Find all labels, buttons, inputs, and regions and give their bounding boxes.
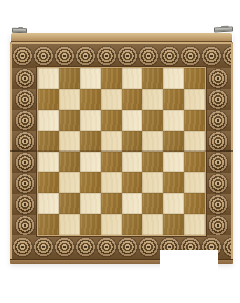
square-a8 (38, 68, 59, 89)
square-b6 (59, 110, 80, 131)
square-g1 (163, 214, 184, 235)
fold-seam (10, 150, 233, 152)
square-c8 (80, 68, 101, 89)
square-f3 (142, 172, 163, 193)
white-cutout-overlay (160, 250, 218, 303)
square-h5 (184, 131, 205, 152)
square-b1 (59, 214, 80, 235)
carved-border-top (12, 44, 231, 68)
square-f1 (142, 214, 163, 235)
square-f8 (142, 68, 163, 89)
hinge-pin (18, 27, 24, 29)
square-c7 (80, 89, 101, 110)
board-face (10, 42, 233, 264)
square-c3 (80, 172, 101, 193)
hinge-pin (221, 26, 229, 28)
square-c4 (80, 152, 101, 173)
square-c1 (80, 214, 101, 235)
square-a3 (38, 172, 59, 193)
square-f5 (142, 131, 163, 152)
square-d8 (101, 68, 122, 89)
square-f4 (142, 152, 163, 173)
square-b4 (59, 152, 80, 173)
square-a1 (38, 214, 59, 235)
square-a7 (38, 89, 59, 110)
square-h3 (184, 172, 205, 193)
square-a4 (38, 152, 59, 173)
board-back-edge (11, 33, 232, 42)
square-g3 (163, 172, 184, 193)
square-f6 (142, 110, 163, 131)
chess-board-box (10, 33, 233, 264)
square-a2 (38, 193, 59, 214)
square-e2 (122, 193, 143, 214)
square-g4 (163, 152, 184, 173)
square-d5 (101, 131, 122, 152)
square-a6 (38, 110, 59, 131)
square-b7 (59, 89, 80, 110)
square-b8 (59, 68, 80, 89)
square-e7 (122, 89, 143, 110)
square-b2 (59, 193, 80, 214)
square-h4 (184, 152, 205, 173)
square-g5 (163, 131, 184, 152)
square-d1 (101, 214, 122, 235)
square-h1 (184, 214, 205, 235)
square-g6 (163, 110, 184, 131)
square-f7 (142, 89, 163, 110)
square-e5 (122, 131, 143, 152)
product-photo-chess-board (0, 0, 240, 303)
square-f2 (142, 193, 163, 214)
square-c6 (80, 110, 101, 131)
square-d4 (101, 152, 122, 173)
square-g8 (163, 68, 184, 89)
square-b3 (59, 172, 80, 193)
square-h8 (184, 68, 205, 89)
square-e1 (122, 214, 143, 235)
square-d3 (101, 172, 122, 193)
square-h2 (184, 193, 205, 214)
square-h7 (184, 89, 205, 110)
square-d7 (101, 89, 122, 110)
square-a5 (38, 131, 59, 152)
square-e3 (122, 172, 143, 193)
square-e8 (122, 68, 143, 89)
square-d2 (101, 193, 122, 214)
hinge-right (214, 27, 233, 33)
square-d6 (101, 110, 122, 131)
square-h6 (184, 110, 205, 131)
square-b5 (59, 131, 80, 152)
square-c5 (80, 131, 101, 152)
square-c2 (80, 193, 101, 214)
square-g7 (163, 89, 184, 110)
square-g2 (163, 193, 184, 214)
square-e6 (122, 110, 143, 131)
square-e4 (122, 152, 143, 173)
